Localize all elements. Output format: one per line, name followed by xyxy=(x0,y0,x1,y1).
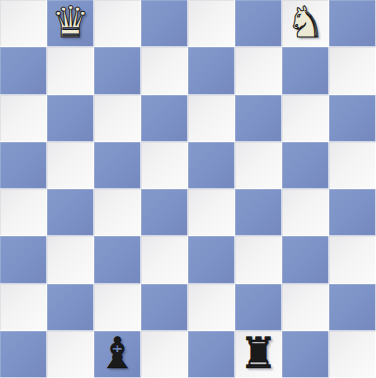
square-f1[interactable]: ♜ xyxy=(235,331,282,378)
square-c4[interactable] xyxy=(94,189,141,236)
square-c5[interactable] xyxy=(94,142,141,189)
square-g5[interactable] xyxy=(282,142,329,189)
square-c8[interactable] xyxy=(94,0,141,47)
square-a4[interactable] xyxy=(0,189,47,236)
square-f6[interactable] xyxy=(235,95,282,142)
square-c2[interactable] xyxy=(94,284,141,331)
square-c1[interactable]: ♝ xyxy=(94,331,141,378)
square-h1[interactable] xyxy=(329,331,376,378)
square-b5[interactable] xyxy=(47,142,94,189)
square-c6[interactable] xyxy=(94,95,141,142)
square-h5[interactable] xyxy=(329,142,376,189)
square-b4[interactable] xyxy=(47,189,94,236)
white-queen-piece[interactable]: ♛ xyxy=(51,1,90,44)
square-e4[interactable] xyxy=(188,189,235,236)
square-a2[interactable] xyxy=(0,284,47,331)
square-b1[interactable] xyxy=(47,331,94,378)
square-d4[interactable] xyxy=(141,189,188,236)
square-g6[interactable] xyxy=(282,95,329,142)
square-d5[interactable] xyxy=(141,142,188,189)
square-e5[interactable] xyxy=(188,142,235,189)
square-a5[interactable] xyxy=(0,142,47,189)
square-b6[interactable] xyxy=(47,95,94,142)
square-g8[interactable]: ♞ xyxy=(282,0,329,47)
square-d8[interactable] xyxy=(141,0,188,47)
square-f2[interactable] xyxy=(235,284,282,331)
square-f8[interactable] xyxy=(235,0,282,47)
chess-board: ♛♞♝♜ xyxy=(0,0,376,378)
square-d3[interactable] xyxy=(141,236,188,283)
square-e6[interactable] xyxy=(188,95,235,142)
square-e2[interactable] xyxy=(188,284,235,331)
square-a8[interactable] xyxy=(0,0,47,47)
square-d7[interactable] xyxy=(141,47,188,94)
black-rook-piece[interactable]: ♜ xyxy=(239,332,278,375)
square-b8[interactable]: ♛ xyxy=(47,0,94,47)
square-h7[interactable] xyxy=(329,47,376,94)
square-c3[interactable] xyxy=(94,236,141,283)
square-b7[interactable] xyxy=(47,47,94,94)
square-d1[interactable] xyxy=(141,331,188,378)
square-a3[interactable] xyxy=(0,236,47,283)
square-h2[interactable] xyxy=(329,284,376,331)
square-b3[interactable] xyxy=(47,236,94,283)
square-e8[interactable] xyxy=(188,0,235,47)
white-knight-piece[interactable]: ♞ xyxy=(286,1,325,44)
square-d6[interactable] xyxy=(141,95,188,142)
square-g2[interactable] xyxy=(282,284,329,331)
square-h4[interactable] xyxy=(329,189,376,236)
square-e7[interactable] xyxy=(188,47,235,94)
square-f4[interactable] xyxy=(235,189,282,236)
square-a6[interactable] xyxy=(0,95,47,142)
square-f5[interactable] xyxy=(235,142,282,189)
square-e1[interactable] xyxy=(188,331,235,378)
square-f3[interactable] xyxy=(235,236,282,283)
square-g7[interactable] xyxy=(282,47,329,94)
square-b2[interactable] xyxy=(47,284,94,331)
square-a7[interactable] xyxy=(0,47,47,94)
square-a1[interactable] xyxy=(0,331,47,378)
square-h8[interactable] xyxy=(329,0,376,47)
square-h6[interactable] xyxy=(329,95,376,142)
square-e3[interactable] xyxy=(188,236,235,283)
square-h3[interactable] xyxy=(329,236,376,283)
square-g4[interactable] xyxy=(282,189,329,236)
square-c7[interactable] xyxy=(94,47,141,94)
square-g3[interactable] xyxy=(282,236,329,283)
square-d2[interactable] xyxy=(141,284,188,331)
square-g1[interactable] xyxy=(282,331,329,378)
black-bishop-piece[interactable]: ♝ xyxy=(98,332,137,375)
chess-board-wrapper: ♛♞♝♜ xyxy=(0,0,376,378)
square-f7[interactable] xyxy=(235,47,282,94)
